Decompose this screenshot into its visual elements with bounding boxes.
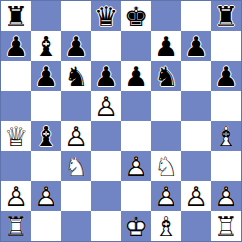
black-knight-icon: ♞	[61, 61, 91, 91]
square-f3[interactable]: ♞♘	[151, 151, 181, 181]
black-pawn-icon: ♟	[151, 31, 181, 61]
white-king-icon: ♚	[121, 211, 151, 241]
white-bishop-icon: ♝	[211, 121, 241, 151]
white-pawn-icon: ♟	[211, 181, 241, 211]
square-d7[interactable]	[91, 31, 121, 61]
white-queen-icon: ♛	[1, 121, 31, 151]
square-e2[interactable]	[121, 181, 151, 211]
square-c4[interactable]: ♟♙	[61, 121, 91, 151]
square-f2[interactable]: ♟♙	[151, 181, 181, 211]
square-a5[interactable]	[1, 91, 31, 121]
black-pawn-icon: ♟	[91, 61, 121, 91]
chess-board-container: ♜♛♚♜♟♝♟♟♟♟♞♟♟♞♟♟♙♛♕♝♟♙♝♗♞♘♟♙♞♘♟♙♟♙♟♙♟♙♟♙…	[0, 0, 242, 242]
square-g3[interactable]	[181, 151, 211, 181]
square-h6[interactable]: ♟	[211, 61, 241, 91]
square-h2[interactable]: ♟♙	[211, 181, 241, 211]
square-d3[interactable]	[91, 151, 121, 181]
square-e8[interactable]: ♚	[121, 1, 151, 31]
square-g7[interactable]: ♟	[181, 31, 211, 61]
white-pawn-icon: ♟	[61, 121, 91, 151]
square-h7[interactable]	[211, 31, 241, 61]
square-b8[interactable]	[31, 1, 61, 31]
white-rook-icon: ♜	[211, 211, 241, 241]
square-a7[interactable]: ♟	[1, 31, 31, 61]
white-bishop-icon: ♝	[151, 211, 181, 241]
white-king-icon: ♔	[121, 211, 151, 241]
square-f6[interactable]: ♞	[151, 61, 181, 91]
square-b3[interactable]	[31, 151, 61, 181]
black-queen-icon: ♛	[91, 1, 121, 31]
square-e5[interactable]	[121, 91, 151, 121]
square-e3[interactable]: ♟♙	[121, 151, 151, 181]
square-e1[interactable]: ♚♔	[121, 211, 151, 241]
white-pawn-icon: ♟	[151, 181, 181, 211]
white-pawn-icon: ♙	[151, 181, 181, 211]
white-pawn-icon: ♟	[121, 151, 151, 181]
square-g4[interactable]	[181, 121, 211, 151]
square-c1[interactable]	[61, 211, 91, 241]
white-pawn-icon: ♟	[31, 181, 61, 211]
square-c6[interactable]: ♞	[61, 61, 91, 91]
square-a6[interactable]	[1, 61, 31, 91]
white-knight-icon: ♘	[151, 151, 181, 181]
square-h3[interactable]	[211, 151, 241, 181]
white-pawn-icon: ♙	[91, 91, 121, 121]
square-c3[interactable]: ♞♘	[61, 151, 91, 181]
square-e7[interactable]	[121, 31, 151, 61]
square-a4[interactable]: ♛♕	[1, 121, 31, 151]
square-a2[interactable]: ♟♙	[1, 181, 31, 211]
white-pawn-icon: ♟	[1, 181, 31, 211]
black-pawn-icon: ♟	[31, 61, 61, 91]
white-pawn-icon: ♟	[91, 91, 121, 121]
square-e6[interactable]: ♟	[121, 61, 151, 91]
square-b6[interactable]: ♟	[31, 61, 61, 91]
square-c5[interactable]	[61, 91, 91, 121]
white-knight-icon: ♘	[61, 151, 91, 181]
white-pawn-icon: ♙	[181, 181, 211, 211]
square-c8[interactable]	[61, 1, 91, 31]
black-knight-icon: ♞	[151, 61, 181, 91]
black-rook-icon: ♜	[1, 1, 31, 31]
chess-board: ♜♛♚♜♟♝♟♟♟♟♞♟♟♞♟♟♙♛♕♝♟♙♝♗♞♘♟♙♞♘♟♙♟♙♟♙♟♙♟♙…	[0, 0, 242, 242]
square-b4[interactable]: ♝	[31, 121, 61, 151]
square-f7[interactable]: ♟	[151, 31, 181, 61]
white-rook-icon: ♖	[211, 211, 241, 241]
white-pawn-icon: ♙	[211, 181, 241, 211]
square-h1[interactable]: ♜♖	[211, 211, 241, 241]
white-bishop-icon: ♗	[151, 211, 181, 241]
white-pawn-icon: ♟	[181, 181, 211, 211]
white-knight-icon: ♞	[151, 151, 181, 181]
square-c7[interactable]: ♟	[61, 31, 91, 61]
black-bishop-icon: ♝	[31, 31, 61, 61]
square-d5[interactable]: ♟♙	[91, 91, 121, 121]
square-b2[interactable]: ♟♙	[31, 181, 61, 211]
square-d4[interactable]	[91, 121, 121, 151]
square-d1[interactable]	[91, 211, 121, 241]
square-d2[interactable]	[91, 181, 121, 211]
black-pawn-icon: ♟	[121, 61, 151, 91]
black-king-icon: ♚	[121, 1, 151, 31]
white-queen-icon: ♕	[1, 121, 31, 151]
black-pawn-icon: ♟	[181, 31, 211, 61]
black-bishop-icon: ♝	[31, 121, 61, 151]
square-f1[interactable]: ♝♗	[151, 211, 181, 241]
square-g1[interactable]	[181, 211, 211, 241]
square-f4[interactable]	[151, 121, 181, 151]
white-pawn-icon: ♙	[121, 151, 151, 181]
square-f5[interactable]	[151, 91, 181, 121]
black-pawn-icon: ♟	[61, 31, 91, 61]
white-rook-icon: ♜	[1, 211, 31, 241]
square-a1[interactable]: ♜♖	[1, 211, 31, 241]
white-knight-icon: ♞	[61, 151, 91, 181]
square-g8[interactable]	[181, 1, 211, 31]
white-pawn-icon: ♙	[31, 181, 61, 211]
black-rook-icon: ♜	[211, 1, 241, 31]
square-a8[interactable]: ♜	[1, 1, 31, 31]
square-b1[interactable]	[31, 211, 61, 241]
white-pawn-icon: ♙	[61, 121, 91, 151]
square-c2[interactable]	[61, 181, 91, 211]
square-f8[interactable]	[151, 1, 181, 31]
square-h4[interactable]: ♝♗	[211, 121, 241, 151]
square-a3[interactable]	[1, 151, 31, 181]
square-g5[interactable]	[181, 91, 211, 121]
square-b7[interactable]: ♝	[31, 31, 61, 61]
square-e4[interactable]	[121, 121, 151, 151]
square-h5[interactable]	[211, 91, 241, 121]
square-g2[interactable]: ♟♙	[181, 181, 211, 211]
white-rook-icon: ♖	[1, 211, 31, 241]
black-pawn-icon: ♟	[211, 61, 241, 91]
square-d6[interactable]: ♟	[91, 61, 121, 91]
square-d8[interactable]: ♛	[91, 1, 121, 31]
white-pawn-icon: ♙	[1, 181, 31, 211]
square-b5[interactable]	[31, 91, 61, 121]
white-bishop-icon: ♗	[211, 121, 241, 151]
square-h8[interactable]: ♜	[211, 1, 241, 31]
black-pawn-icon: ♟	[1, 31, 31, 61]
square-g6[interactable]	[181, 61, 211, 91]
